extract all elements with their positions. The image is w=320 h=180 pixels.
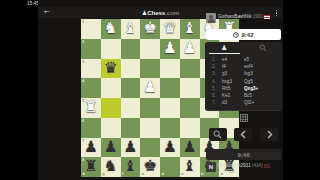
square-d7[interactable]: ♟ xyxy=(160,138,180,158)
magnifier-icon xyxy=(213,130,222,139)
top-clock-time: 9:42 xyxy=(241,32,253,38)
move-number: 7. xyxy=(212,100,222,105)
rank-label: 2 xyxy=(82,40,84,44)
white-move[interactable]: e4 xyxy=(222,57,244,62)
white-move[interactable]: hxg3 xyxy=(222,79,244,84)
piece-white-rook[interactable]: ♜ xyxy=(81,98,101,118)
bottom-clock-time: 9:46 xyxy=(237,152,249,158)
bottom-player-row[interactable]: N Blackbeast2931 (414) ♟♟♟ +2 xyxy=(206,162,270,174)
chevron-right-icon xyxy=(266,130,273,139)
move-number: 6. xyxy=(212,93,222,98)
nav-controls xyxy=(205,126,282,142)
screen: 15:45 Wed 8 Feb 97% ← ♟Chess.com 1♞♝♚♛♝♞… xyxy=(0,0,320,180)
square-f1[interactable]: ♝ xyxy=(121,19,141,39)
top-player-row[interactable]: GothamBashNik (300) xyxy=(206,13,270,23)
square-e1[interactable]: ♚ xyxy=(140,19,160,39)
white-move[interactable]: f4 xyxy=(222,64,244,69)
square-c3[interactable] xyxy=(180,59,200,79)
prev-move-button[interactable] xyxy=(234,128,252,141)
square-h1[interactable]: 1 xyxy=(81,19,101,39)
black-move[interactable]: Qxg3+ xyxy=(244,86,268,91)
square-h2[interactable]: 2 xyxy=(81,39,101,59)
next-move-button[interactable] xyxy=(260,128,278,141)
square-e5[interactable] xyxy=(140,98,160,118)
bottom-player-clock: 9:46 xyxy=(206,149,281,160)
top-player-clock: 9:42 xyxy=(206,29,281,40)
analysis-icon xyxy=(259,44,267,52)
rank-label: 6 xyxy=(82,119,84,123)
move-row: 1.e4e5 xyxy=(212,56,282,63)
square-d1[interactable]: ♛ xyxy=(160,19,180,39)
black-move[interactable]: Qg5 xyxy=(244,79,268,84)
square-e4[interactable]: ♟ xyxy=(140,78,160,98)
square-f5[interactable] xyxy=(121,98,141,118)
bottom-player-rating: (414) xyxy=(252,163,263,168)
piece-white-bishop[interactable]: ♝ xyxy=(180,19,200,39)
black-move[interactable]: e5 xyxy=(244,57,268,62)
square-e7[interactable] xyxy=(140,138,160,158)
square-d5[interactable] xyxy=(160,98,180,118)
bottom-player-name: Blackbeast2931 (414) xyxy=(218,163,270,168)
piece-black-rook[interactable]: ♜ xyxy=(81,157,101,177)
square-d4[interactable] xyxy=(160,78,180,98)
piece-black-queen[interactable]: ♛ xyxy=(101,59,121,79)
square-h5[interactable]: 5♜ xyxy=(81,98,101,118)
captured-pieces: ♟♟♟ +2 xyxy=(218,169,270,174)
square-f7[interactable]: ♟ xyxy=(121,138,141,158)
move-row: 7.d3Qf2+ xyxy=(212,99,282,106)
chevron-left-icon xyxy=(240,130,247,139)
square-h6[interactable]: 6 xyxy=(81,118,101,138)
bottom-player-avatar[interactable]: N xyxy=(206,162,216,172)
square-g1[interactable]: ♞ xyxy=(101,19,121,39)
square-e8[interactable]: e♚ xyxy=(140,157,160,177)
square-g2[interactable] xyxy=(101,39,121,59)
material-advantage: +2 xyxy=(229,169,234,174)
square-h7[interactable]: 7♟ xyxy=(81,138,101,158)
grid-icon xyxy=(240,114,248,122)
move-row: 4.hxg3Qg5 xyxy=(212,78,282,85)
bottom-player-flag-icon xyxy=(264,164,270,168)
move-number: 1. xyxy=(212,57,222,62)
square-f6[interactable] xyxy=(121,118,141,138)
square-c4[interactable] xyxy=(180,78,200,98)
piece-black-bishop[interactable]: ♝ xyxy=(180,157,200,177)
move-list[interactable]: 1.e4e52.f4exf43.g3fxg34.hxg3Qg55.Rh5Qxg3… xyxy=(205,54,282,106)
tab-analysis[interactable] xyxy=(244,42,283,54)
panel-tabs: ♟ xyxy=(205,42,282,54)
square-g5[interactable] xyxy=(101,98,121,118)
piece-black-pawn[interactable]: ♟ xyxy=(81,138,101,158)
piece-white-pawn[interactable]: ♟ xyxy=(140,78,160,98)
piece-white-bishop[interactable]: ♝ xyxy=(121,19,141,39)
rank-label: 1 xyxy=(82,20,84,24)
logo-suffix: .com xyxy=(165,10,179,16)
piece-black-knight[interactable]: ♞ xyxy=(101,157,121,177)
square-e2[interactable] xyxy=(140,39,160,59)
file-label: d xyxy=(162,172,164,176)
square-c1[interactable]: ♝ xyxy=(180,19,200,39)
square-d3[interactable] xyxy=(160,59,180,79)
piece-white-pawn[interactable]: ♟ xyxy=(180,39,200,59)
black-move[interactable]: Bc5 xyxy=(244,93,268,98)
game-panel: GothamBashNik (300) 9:42 ♟ 1.e4e52.f4exf… xyxy=(205,12,282,180)
piece-white-queen[interactable]: ♛ xyxy=(160,19,180,39)
piece-black-king[interactable]: ♚ xyxy=(140,157,160,177)
square-c7[interactable]: ♟ xyxy=(180,138,200,158)
rank-label: 3 xyxy=(82,60,84,64)
move-row: 2.f4exf4 xyxy=(212,63,282,70)
piece-black-pawn[interactable]: ♟ xyxy=(180,138,200,158)
square-h4[interactable]: 4 xyxy=(81,78,101,98)
moves-card: ♟ 1.e4e52.f4exf43.g3fxg34.hxg3Qg55.Rh5Qx… xyxy=(205,42,282,111)
top-player-name: GothamBashNik (300) xyxy=(218,14,270,19)
move-row: 3.g3fxg3 xyxy=(212,70,282,77)
top-player-rating: (300) xyxy=(253,14,264,19)
square-h8[interactable]: 8h♜ xyxy=(81,157,101,177)
clock-icon xyxy=(233,32,239,38)
rank-label: 4 xyxy=(82,79,84,83)
active-tab-underline xyxy=(209,53,240,54)
square-d8[interactable]: d xyxy=(160,157,180,177)
square-c2[interactable]: ♟ xyxy=(180,39,200,59)
captured-pawn-icons: ♟♟♟ xyxy=(218,169,228,174)
piece-white-king[interactable]: ♚ xyxy=(140,19,160,39)
white-move[interactable]: Rh5 xyxy=(222,86,244,91)
move-number: 5. xyxy=(212,86,222,91)
square-c8[interactable]: c♝ xyxy=(180,157,200,177)
logo-text: Chess xyxy=(147,10,165,16)
square-g6[interactable] xyxy=(101,118,121,138)
move-row: 5.Rh5Qxg3+ xyxy=(212,85,282,92)
piece-black-pawn[interactable]: ♟ xyxy=(121,138,141,158)
square-h3[interactable]: 3 xyxy=(81,59,101,79)
moves-tab-pawn-icon: ♟ xyxy=(221,43,227,53)
square-f2[interactable] xyxy=(121,39,141,59)
square-c5[interactable] xyxy=(180,98,200,118)
square-g3[interactable]: ♛ xyxy=(101,59,121,79)
board-layout-button[interactable] xyxy=(205,114,282,122)
square-e3[interactable] xyxy=(140,59,160,79)
square-f8[interactable]: f♝ xyxy=(121,157,141,177)
square-f3[interactable] xyxy=(121,59,141,79)
square-g7[interactable]: ♟ xyxy=(101,138,121,158)
move-number: 4. xyxy=(212,79,222,84)
square-g8[interactable]: g♞ xyxy=(101,157,121,177)
piece-black-pawn[interactable]: ♟ xyxy=(160,138,180,158)
white-move[interactable]: d3 xyxy=(222,100,244,105)
square-f4[interactable] xyxy=(121,78,141,98)
top-player-avatar[interactable] xyxy=(206,13,216,23)
square-e6[interactable] xyxy=(140,118,160,138)
move-number: 3. xyxy=(212,71,222,76)
white-move[interactable]: Ke2 xyxy=(222,93,244,98)
square-d2[interactable]: ♟ xyxy=(160,39,180,59)
move-number: 2. xyxy=(212,64,222,69)
square-g4[interactable] xyxy=(101,78,121,98)
piece-black-pawn[interactable]: ♟ xyxy=(101,138,121,158)
piece-white-knight[interactable]: ♞ xyxy=(101,19,121,39)
top-player-flag-icon xyxy=(264,15,270,19)
black-move[interactable]: fxg3 xyxy=(244,71,268,76)
black-move[interactable]: Qf2+ xyxy=(244,100,268,105)
piece-black-bishop[interactable]: ♝ xyxy=(121,157,141,177)
square-d6[interactable] xyxy=(160,118,180,138)
tab-moves[interactable]: ♟ xyxy=(205,42,244,54)
white-move[interactable]: g3 xyxy=(222,71,244,76)
black-move[interactable]: exf4 xyxy=(244,64,268,69)
square-c6[interactable] xyxy=(180,118,200,138)
zoom-button[interactable] xyxy=(209,128,227,141)
move-row: 6.Ke2Bc5 xyxy=(212,92,282,99)
piece-white-pawn[interactable]: ♟ xyxy=(160,39,180,59)
